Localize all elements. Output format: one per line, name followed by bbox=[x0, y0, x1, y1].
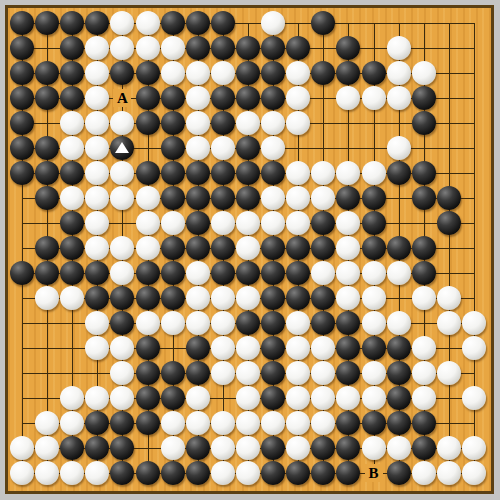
black-stone bbox=[261, 336, 285, 360]
black-stone bbox=[211, 186, 235, 210]
white-stone bbox=[387, 36, 411, 60]
black-stone bbox=[211, 261, 235, 285]
black-stone bbox=[110, 286, 134, 310]
white-stone bbox=[412, 286, 436, 310]
black-stone bbox=[10, 136, 34, 160]
black-stone bbox=[387, 386, 411, 410]
white-stone bbox=[286, 361, 310, 385]
white-stone bbox=[85, 86, 109, 110]
white-stone bbox=[85, 386, 109, 410]
black-stone bbox=[60, 61, 84, 85]
black-stone bbox=[35, 161, 59, 185]
white-stone bbox=[110, 386, 134, 410]
black-stone bbox=[311, 286, 335, 310]
white-stone bbox=[85, 186, 109, 210]
black-stone bbox=[10, 261, 34, 285]
black-stone bbox=[311, 311, 335, 335]
white-stone bbox=[161, 311, 185, 335]
white-stone bbox=[211, 286, 235, 310]
white-stone bbox=[336, 161, 360, 185]
black-stone bbox=[60, 261, 84, 285]
white-stone bbox=[336, 386, 360, 410]
white-stone bbox=[437, 361, 461, 385]
white-stone bbox=[85, 336, 109, 360]
black-stone bbox=[412, 436, 436, 460]
black-stone bbox=[211, 36, 235, 60]
black-stone bbox=[60, 236, 84, 260]
white-stone bbox=[362, 436, 386, 460]
black-stone bbox=[136, 111, 160, 135]
white-stone bbox=[211, 411, 235, 435]
white-stone bbox=[136, 36, 160, 60]
black-stone bbox=[136, 411, 160, 435]
white-stone bbox=[387, 136, 411, 160]
black-stone bbox=[186, 11, 210, 35]
white-stone bbox=[261, 186, 285, 210]
black-stone bbox=[236, 61, 260, 85]
black-stone bbox=[412, 111, 436, 135]
black-stone bbox=[10, 111, 34, 135]
white-stone bbox=[336, 86, 360, 110]
white-stone bbox=[412, 461, 436, 485]
black-stone bbox=[387, 411, 411, 435]
white-stone bbox=[186, 311, 210, 335]
white-stone bbox=[261, 411, 285, 435]
white-stone bbox=[311, 186, 335, 210]
black-stone bbox=[236, 36, 260, 60]
black-stone bbox=[110, 311, 134, 335]
black-stone bbox=[236, 186, 260, 210]
white-stone bbox=[60, 411, 84, 435]
white-stone bbox=[85, 461, 109, 485]
black-stone bbox=[35, 136, 59, 160]
white-stone bbox=[136, 211, 160, 235]
black-stone bbox=[311, 11, 335, 35]
black-stone bbox=[437, 186, 461, 210]
white-stone bbox=[437, 311, 461, 335]
white-stone bbox=[362, 161, 386, 185]
white-stone bbox=[261, 136, 285, 160]
black-stone bbox=[336, 311, 360, 335]
black-stone bbox=[186, 236, 210, 260]
black-stone bbox=[161, 386, 185, 410]
white-stone bbox=[236, 461, 260, 485]
white-stone bbox=[387, 261, 411, 285]
black-stone bbox=[110, 436, 134, 460]
black-stone bbox=[136, 286, 160, 310]
black-stone bbox=[261, 361, 285, 385]
black-stone bbox=[35, 11, 59, 35]
black-stone bbox=[136, 61, 160, 85]
black-stone bbox=[286, 461, 310, 485]
white-stone bbox=[362, 361, 386, 385]
black-stone bbox=[60, 211, 84, 235]
black-stone bbox=[161, 236, 185, 260]
black-stone bbox=[387, 161, 411, 185]
black-stone bbox=[136, 336, 160, 360]
black-stone bbox=[336, 461, 360, 485]
white-stone bbox=[211, 211, 235, 235]
black-stone bbox=[85, 436, 109, 460]
black-stone bbox=[261, 286, 285, 310]
black-stone bbox=[35, 61, 59, 85]
white-stone bbox=[60, 461, 84, 485]
white-stone bbox=[236, 286, 260, 310]
white-stone bbox=[110, 36, 134, 60]
black-stone bbox=[85, 11, 109, 35]
white-stone bbox=[261, 211, 285, 235]
white-stone bbox=[161, 411, 185, 435]
black-stone bbox=[336, 361, 360, 385]
white-stone bbox=[35, 411, 59, 435]
black-stone bbox=[10, 11, 34, 35]
white-stone bbox=[236, 411, 260, 435]
black-stone bbox=[311, 211, 335, 235]
white-stone bbox=[236, 111, 260, 135]
black-stone bbox=[336, 186, 360, 210]
white-stone bbox=[85, 236, 109, 260]
black-stone bbox=[85, 261, 109, 285]
black-stone bbox=[60, 161, 84, 185]
black-stone bbox=[186, 161, 210, 185]
black-stone bbox=[236, 161, 260, 185]
white-stone bbox=[261, 11, 285, 35]
black-stone bbox=[186, 461, 210, 485]
white-stone bbox=[387, 436, 411, 460]
black-stone bbox=[35, 261, 59, 285]
white-stone bbox=[437, 461, 461, 485]
white-stone bbox=[311, 411, 335, 435]
white-stone bbox=[286, 161, 310, 185]
white-stone bbox=[211, 361, 235, 385]
black-stone bbox=[110, 411, 134, 435]
white-stone bbox=[311, 161, 335, 185]
black-stone bbox=[412, 161, 436, 185]
black-stone bbox=[186, 211, 210, 235]
black-stone bbox=[387, 461, 411, 485]
black-stone bbox=[236, 261, 260, 285]
white-stone bbox=[161, 436, 185, 460]
white-stone bbox=[336, 261, 360, 285]
white-stone bbox=[311, 336, 335, 360]
black-stone bbox=[110, 61, 134, 85]
white-stone bbox=[85, 161, 109, 185]
white-stone bbox=[60, 136, 84, 160]
white-stone bbox=[286, 186, 310, 210]
black-stone bbox=[211, 111, 235, 135]
black-stone bbox=[186, 436, 210, 460]
white-stone bbox=[412, 61, 436, 85]
white-stone bbox=[186, 286, 210, 310]
white-stone bbox=[261, 111, 285, 135]
white-stone bbox=[110, 11, 134, 35]
black-stone bbox=[60, 436, 84, 460]
white-stone bbox=[336, 211, 360, 235]
black-stone bbox=[136, 461, 160, 485]
black-stone bbox=[311, 61, 335, 85]
white-stone bbox=[412, 336, 436, 360]
black-stone bbox=[35, 86, 59, 110]
white-stone bbox=[462, 386, 486, 410]
white-stone bbox=[110, 261, 134, 285]
white-stone bbox=[10, 436, 34, 460]
white-stone bbox=[186, 386, 210, 410]
white-stone bbox=[10, 461, 34, 485]
white-stone bbox=[286, 86, 310, 110]
white-stone bbox=[211, 461, 235, 485]
white-stone bbox=[362, 386, 386, 410]
white-stone bbox=[110, 111, 134, 135]
black-stone bbox=[336, 411, 360, 435]
white-stone bbox=[35, 461, 59, 485]
white-stone bbox=[85, 61, 109, 85]
white-stone bbox=[110, 336, 134, 360]
black-stone bbox=[10, 161, 34, 185]
black-stone bbox=[60, 36, 84, 60]
black-stone bbox=[412, 86, 436, 110]
white-stone bbox=[236, 386, 260, 410]
black-stone bbox=[211, 86, 235, 110]
white-stone bbox=[211, 136, 235, 160]
black-stone bbox=[387, 336, 411, 360]
white-stone bbox=[462, 436, 486, 460]
white-stone bbox=[186, 136, 210, 160]
black-stone bbox=[336, 436, 360, 460]
white-stone bbox=[437, 436, 461, 460]
black-stone bbox=[311, 236, 335, 260]
black-stone bbox=[412, 236, 436, 260]
white-stone bbox=[286, 411, 310, 435]
white-stone bbox=[211, 311, 235, 335]
black-stone bbox=[261, 236, 285, 260]
white-stone bbox=[462, 461, 486, 485]
black-stone bbox=[85, 411, 109, 435]
black-stone bbox=[362, 336, 386, 360]
white-stone bbox=[186, 411, 210, 435]
white-stone bbox=[286, 61, 310, 85]
white-stone bbox=[336, 236, 360, 260]
white-stone bbox=[110, 161, 134, 185]
black-stone bbox=[362, 211, 386, 235]
white-stone bbox=[286, 111, 310, 135]
black-stone bbox=[236, 136, 260, 160]
white-stone bbox=[387, 86, 411, 110]
black-stone bbox=[211, 236, 235, 260]
black-stone bbox=[286, 286, 310, 310]
white-stone bbox=[311, 261, 335, 285]
black-stone bbox=[236, 311, 260, 335]
black-stone bbox=[136, 261, 160, 285]
white-stone bbox=[286, 311, 310, 335]
point-label-b[interactable]: B bbox=[365, 464, 383, 482]
white-stone bbox=[136, 236, 160, 260]
white-stone bbox=[362, 86, 386, 110]
triangle-marker-icon bbox=[115, 142, 129, 153]
white-stone bbox=[60, 386, 84, 410]
black-stone bbox=[387, 361, 411, 385]
black-stone bbox=[261, 461, 285, 485]
black-stone bbox=[10, 36, 34, 60]
black-stone bbox=[35, 186, 59, 210]
black-stone bbox=[186, 361, 210, 385]
white-stone bbox=[60, 111, 84, 135]
white-stone bbox=[311, 361, 335, 385]
white-stone bbox=[311, 386, 335, 410]
white-stone bbox=[336, 286, 360, 310]
black-stone bbox=[412, 411, 436, 435]
white-stone bbox=[286, 336, 310, 360]
black-stone bbox=[336, 61, 360, 85]
white-stone bbox=[85, 311, 109, 335]
black-stone bbox=[261, 161, 285, 185]
black-stone bbox=[387, 236, 411, 260]
black-stone bbox=[161, 11, 185, 35]
black-stone bbox=[85, 286, 109, 310]
black-stone bbox=[362, 186, 386, 210]
black-stone bbox=[161, 261, 185, 285]
black-stone bbox=[362, 61, 386, 85]
black-stone bbox=[261, 261, 285, 285]
white-stone bbox=[161, 36, 185, 60]
white-stone bbox=[236, 236, 260, 260]
white-stone bbox=[211, 61, 235, 85]
white-stone bbox=[186, 261, 210, 285]
white-stone bbox=[136, 311, 160, 335]
white-stone bbox=[110, 236, 134, 260]
black-stone bbox=[412, 186, 436, 210]
white-stone bbox=[236, 361, 260, 385]
white-stone bbox=[136, 186, 160, 210]
black-stone bbox=[311, 461, 335, 485]
white-stone bbox=[236, 436, 260, 460]
black-stone bbox=[261, 36, 285, 60]
black-stone bbox=[60, 11, 84, 35]
white-stone bbox=[35, 436, 59, 460]
white-stone bbox=[362, 261, 386, 285]
black-stone bbox=[186, 186, 210, 210]
white-stone bbox=[110, 186, 134, 210]
black-stone bbox=[186, 336, 210, 360]
black-stone bbox=[286, 236, 310, 260]
white-stone bbox=[412, 386, 436, 410]
white-stone bbox=[362, 311, 386, 335]
black-stone bbox=[161, 361, 185, 385]
black-stone bbox=[161, 286, 185, 310]
white-stone bbox=[85, 136, 109, 160]
white-stone bbox=[186, 61, 210, 85]
black-stone bbox=[136, 86, 160, 110]
white-stone bbox=[362, 286, 386, 310]
white-stone bbox=[85, 36, 109, 60]
black-stone bbox=[136, 361, 160, 385]
white-stone bbox=[412, 361, 436, 385]
black-stone bbox=[261, 386, 285, 410]
black-stone bbox=[261, 61, 285, 85]
black-stone bbox=[286, 36, 310, 60]
white-stone bbox=[286, 436, 310, 460]
white-stone bbox=[161, 61, 185, 85]
black-stone bbox=[261, 86, 285, 110]
white-stone bbox=[236, 211, 260, 235]
black-stone bbox=[60, 86, 84, 110]
black-stone bbox=[336, 36, 360, 60]
black-stone bbox=[10, 86, 34, 110]
black-stone bbox=[161, 136, 185, 160]
black-stone bbox=[311, 436, 335, 460]
white-stone bbox=[286, 386, 310, 410]
go-board[interactable]: AB bbox=[5, 5, 494, 494]
white-stone bbox=[85, 111, 109, 135]
white-stone bbox=[85, 211, 109, 235]
black-stone bbox=[136, 161, 160, 185]
white-stone bbox=[186, 111, 210, 135]
black-stone bbox=[161, 161, 185, 185]
white-stone bbox=[462, 336, 486, 360]
black-stone bbox=[437, 211, 461, 235]
white-stone bbox=[286, 211, 310, 235]
white-stone bbox=[211, 436, 235, 460]
black-stone bbox=[261, 311, 285, 335]
white-stone bbox=[136, 11, 160, 35]
black-stone bbox=[161, 186, 185, 210]
white-stone bbox=[60, 286, 84, 310]
white-stone bbox=[437, 286, 461, 310]
grid-line-vertical bbox=[449, 23, 450, 474]
point-label-a[interactable]: A bbox=[113, 89, 131, 107]
black-stone bbox=[412, 261, 436, 285]
black-stone bbox=[161, 86, 185, 110]
black-stone bbox=[211, 161, 235, 185]
white-stone bbox=[186, 86, 210, 110]
black-stone bbox=[186, 36, 210, 60]
black-stone bbox=[261, 436, 285, 460]
black-stone bbox=[236, 86, 260, 110]
black-stone bbox=[110, 461, 134, 485]
white-stone bbox=[387, 311, 411, 335]
white-stone bbox=[387, 61, 411, 85]
black-stone bbox=[136, 386, 160, 410]
black-stone bbox=[336, 336, 360, 360]
black-stone bbox=[161, 461, 185, 485]
white-stone bbox=[35, 286, 59, 310]
black-stone bbox=[362, 236, 386, 260]
black-stone bbox=[161, 111, 185, 135]
white-stone bbox=[60, 186, 84, 210]
black-stone bbox=[211, 11, 235, 35]
black-stone bbox=[35, 236, 59, 260]
white-stone bbox=[236, 336, 260, 360]
white-stone bbox=[211, 336, 235, 360]
go-app-window: AB bbox=[0, 0, 500, 500]
white-stone bbox=[161, 211, 185, 235]
white-stone bbox=[462, 311, 486, 335]
black-stone bbox=[286, 261, 310, 285]
black-stone bbox=[10, 61, 34, 85]
white-stone bbox=[110, 361, 134, 385]
black-stone bbox=[362, 411, 386, 435]
